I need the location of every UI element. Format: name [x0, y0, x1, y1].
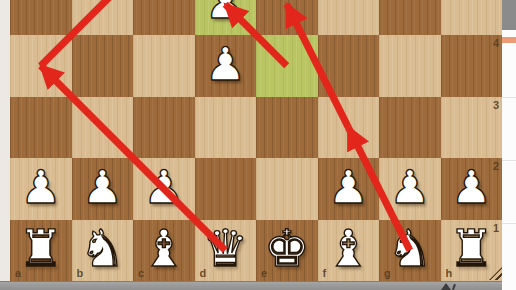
- rank-label-4: 4: [493, 37, 499, 49]
- chess-app-viewport: ♟♟43♟♟♟♟♟♟2♜a♞b♝c♛d♚e♝f♞g♜1h: [0, 0, 516, 290]
- chess-board: ♟♟43♟♟♟♟♟♟2♜a♞b♝c♛d♚e♝f♞g♜1h: [10, 0, 502, 281]
- square-d1[interactable]: ♛d: [195, 220, 257, 282]
- square-a3[interactable]: [10, 97, 72, 159]
- white-king-e1: ♚: [264, 223, 310, 274]
- white-knight-b1: ♞: [79, 223, 125, 274]
- square-b5[interactable]: [72, 0, 134, 35]
- square-e1[interactable]: ♚e: [256, 220, 318, 282]
- square-h5[interactable]: [441, 0, 503, 35]
- file-label-e: e: [261, 267, 267, 279]
- square-a1[interactable]: ♜a: [10, 220, 72, 282]
- square-f3[interactable]: [318, 97, 380, 159]
- square-e5[interactable]: [256, 0, 318, 35]
- white-pawn-f2: ♟: [328, 164, 369, 210]
- square-e2[interactable]: [256, 158, 318, 220]
- square-c4[interactable]: [133, 35, 195, 97]
- white-bishop-c1: ♝: [141, 223, 187, 274]
- square-f2[interactable]: ♟: [318, 158, 380, 220]
- side-panel-gray-block: [502, 0, 516, 30]
- side-panel-separator: [502, 97, 516, 98]
- file-label-g: g: [384, 267, 391, 279]
- white-pawn-c2: ♟: [143, 164, 184, 210]
- square-e3[interactable]: [256, 97, 318, 159]
- square-d5[interactable]: ♟: [195, 0, 257, 35]
- white-queen-d1: ♛: [202, 223, 248, 274]
- white-rook-h1: ♜: [448, 223, 494, 274]
- white-pawn-a2: ♟: [20, 164, 61, 210]
- page-left-margin: [0, 0, 10, 281]
- square-c1[interactable]: ♝c: [133, 220, 195, 282]
- square-a5[interactable]: [10, 0, 72, 35]
- file-label-d: d: [200, 267, 207, 279]
- square-d4[interactable]: ♟: [195, 35, 257, 97]
- white-knight-g1: ♞: [387, 223, 433, 274]
- square-g3[interactable]: [379, 97, 441, 159]
- square-f5[interactable]: [318, 0, 380, 35]
- rank-label-3: 3: [493, 99, 499, 111]
- square-b4[interactable]: [72, 35, 134, 97]
- square-a4[interactable]: [10, 35, 72, 97]
- rank-label-2: 2: [493, 160, 499, 172]
- square-d2[interactable]: [195, 158, 257, 220]
- side-panel-separator: [502, 223, 516, 224]
- side-panel-separator: [502, 160, 516, 161]
- file-label-b: b: [77, 267, 84, 279]
- square-c3[interactable]: [133, 97, 195, 159]
- square-g2[interactable]: ♟: [379, 158, 441, 220]
- square-c5[interactable]: [133, 0, 195, 35]
- file-label-c: c: [138, 267, 144, 279]
- square-h2[interactable]: ♟2: [441, 158, 503, 220]
- file-label-a: a: [15, 267, 21, 279]
- right-side-panel: [502, 0, 516, 290]
- white-bishop-f1: ♝: [325, 223, 371, 274]
- square-c2[interactable]: ♟: [133, 158, 195, 220]
- white-pawn-h2: ♟: [451, 164, 492, 210]
- white-pawn-g2: ♟: [389, 164, 430, 210]
- square-f4[interactable]: [318, 35, 380, 97]
- square-f1[interactable]: ♝f: [318, 220, 380, 282]
- square-b2[interactable]: ♟: [72, 158, 134, 220]
- white-pawn-b2: ♟: [82, 164, 123, 210]
- square-h1[interactable]: ♜1h: [441, 220, 503, 282]
- square-b3[interactable]: [72, 97, 134, 159]
- cursor-icon: [441, 283, 451, 290]
- square-h3[interactable]: 3: [441, 97, 503, 159]
- square-h4[interactable]: 4: [441, 35, 503, 97]
- square-g5[interactable]: [379, 0, 441, 35]
- file-label-f: f: [323, 267, 327, 279]
- rank-label-1: 1: [493, 222, 499, 234]
- square-b1[interactable]: ♞b: [72, 220, 134, 282]
- bottom-gray-bar: [0, 281, 502, 290]
- square-d3[interactable]: [195, 97, 257, 159]
- square-a2[interactable]: ♟: [10, 158, 72, 220]
- white-pawn-d4: ♟: [205, 41, 246, 87]
- file-label-h: h: [446, 267, 453, 279]
- square-g1[interactable]: ♞g: [379, 220, 441, 282]
- side-panel-accent-line: [502, 37, 516, 43]
- square-e4[interactable]: [256, 35, 318, 97]
- white-rook-a1: ♜: [18, 223, 64, 274]
- white-pawn-d5: ♟: [205, 0, 246, 25]
- square-g4[interactable]: [379, 35, 441, 97]
